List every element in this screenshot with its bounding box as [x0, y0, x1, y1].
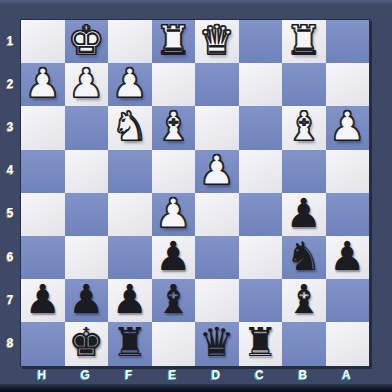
square-g7[interactable]: ♟ [65, 279, 109, 322]
file-label-d: D [194, 366, 238, 384]
square-a7[interactable] [326, 279, 370, 322]
white-knight-f3[interactable]: ♞ [112, 105, 148, 148]
white-king-g1[interactable]: ♚ [68, 19, 104, 62]
square-a1[interactable] [326, 20, 370, 63]
rank-labels: 12345678 [0, 19, 20, 365]
square-c3[interactable] [239, 106, 283, 149]
square-a6[interactable]: ♟ [326, 236, 370, 279]
rank-label-6: 6 [0, 235, 20, 278]
white-pawn-f2[interactable]: ♟ [112, 62, 148, 105]
square-d4[interactable]: ♟ [195, 150, 239, 193]
square-c7[interactable] [239, 279, 283, 322]
file-label-g: G [64, 366, 108, 384]
square-b8[interactable] [282, 322, 326, 365]
rank-label-4: 4 [0, 149, 20, 192]
black-bishop-b7[interactable]: ♝ [286, 278, 322, 321]
black-pawn-g7[interactable]: ♟ [68, 278, 104, 321]
square-b4[interactable] [282, 150, 326, 193]
white-pawn-d4[interactable]: ♟ [199, 149, 235, 192]
square-d1[interactable]: ♛ [195, 20, 239, 63]
square-b5[interactable]: ♟ [282, 193, 326, 236]
square-f5[interactable] [108, 193, 152, 236]
square-h2[interactable]: ♟ [21, 63, 65, 106]
black-pawn-a6[interactable]: ♟ [329, 235, 365, 278]
square-b3[interactable]: ♝ [282, 106, 326, 149]
square-g3[interactable] [65, 106, 109, 149]
white-pawn-a3[interactable]: ♟ [329, 105, 365, 148]
square-e8[interactable] [152, 322, 196, 365]
square-a5[interactable] [326, 193, 370, 236]
square-h3[interactable] [21, 106, 65, 149]
square-f8[interactable]: ♜ [108, 322, 152, 365]
square-f1[interactable] [108, 20, 152, 63]
black-knight-b6[interactable]: ♞ [286, 235, 322, 278]
square-b6[interactable]: ♞ [282, 236, 326, 279]
square-g5[interactable] [65, 193, 109, 236]
square-c2[interactable] [239, 63, 283, 106]
square-c5[interactable] [239, 193, 283, 236]
square-b7[interactable]: ♝ [282, 279, 326, 322]
square-e5[interactable]: ♟ [152, 193, 196, 236]
square-e7[interactable]: ♝ [152, 279, 196, 322]
white-pawn-g2[interactable]: ♟ [68, 62, 104, 105]
square-f6[interactable] [108, 236, 152, 279]
square-h8[interactable] [21, 322, 65, 365]
file-label-a: A [325, 366, 369, 384]
square-h1[interactable] [21, 20, 65, 63]
square-g1[interactable]: ♚ [65, 20, 109, 63]
white-rook-b1[interactable]: ♜ [286, 19, 322, 62]
square-b2[interactable] [282, 63, 326, 106]
file-label-b: B [281, 366, 325, 384]
square-c1[interactable] [239, 20, 283, 63]
file-label-h: H [20, 366, 64, 384]
square-f4[interactable] [108, 150, 152, 193]
square-f2[interactable]: ♟ [108, 63, 152, 106]
square-g6[interactable] [65, 236, 109, 279]
frame-top-highlight [0, 0, 392, 5]
black-pawn-b5[interactable]: ♟ [286, 192, 322, 235]
file-label-e: E [151, 366, 195, 384]
square-a8[interactable] [326, 322, 370, 365]
square-d3[interactable] [195, 106, 239, 149]
square-e4[interactable] [152, 150, 196, 193]
white-pawn-e5[interactable]: ♟ [155, 192, 191, 235]
square-c4[interactable] [239, 150, 283, 193]
black-bishop-e7[interactable]: ♝ [155, 278, 191, 321]
square-g2[interactable]: ♟ [65, 63, 109, 106]
square-f3[interactable]: ♞ [108, 106, 152, 149]
rank-label-5: 5 [0, 192, 20, 235]
rank-label-3: 3 [0, 105, 20, 148]
black-queen-d8[interactable]: ♛ [199, 321, 235, 364]
file-label-f: F [107, 366, 151, 384]
file-labels: HGFEDCBA [20, 366, 370, 384]
square-e1[interactable]: ♜ [152, 20, 196, 63]
black-king-g8[interactable]: ♚ [68, 321, 104, 364]
square-e2[interactable] [152, 63, 196, 106]
square-d6[interactable] [195, 236, 239, 279]
square-a4[interactable] [326, 150, 370, 193]
square-d8[interactable]: ♛ [195, 322, 239, 365]
file-label-c: C [238, 366, 282, 384]
white-bishop-b3[interactable]: ♝ [286, 105, 322, 148]
square-d5[interactable] [195, 193, 239, 236]
rank-label-1: 1 [0, 19, 20, 62]
rank-label-2: 2 [0, 62, 20, 105]
square-c8[interactable]: ♜ [239, 322, 283, 365]
square-d7[interactable] [195, 279, 239, 322]
rank-label-7: 7 [0, 278, 20, 321]
white-rook-e1[interactable]: ♜ [155, 19, 191, 62]
white-queen-d1[interactable]: ♛ [199, 19, 235, 62]
square-e3[interactable]: ♝ [152, 106, 196, 149]
square-f7[interactable]: ♟ [108, 279, 152, 322]
square-g4[interactable] [65, 150, 109, 193]
square-d2[interactable] [195, 63, 239, 106]
black-pawn-e6[interactable]: ♟ [155, 235, 191, 278]
square-h7[interactable]: ♟ [21, 279, 65, 322]
square-c6[interactable] [239, 236, 283, 279]
chess-board: ♚♜♛♜♟♟♟♞♝♝♟♟♟♟♟♞♟♟♟♟♝♝♚♜♛♜ [20, 19, 370, 367]
square-e6[interactable]: ♟ [152, 236, 196, 279]
square-b1[interactable]: ♜ [282, 20, 326, 63]
square-a2[interactable] [326, 63, 370, 106]
white-bishop-e3[interactable]: ♝ [155, 105, 191, 148]
board-frame: 12345678 ♚♜♛♜♟♟♟♞♝♝♟♟♟♟♟♞♟♟♟♟♝♝♚♜♛♜ HGFE… [0, 0, 392, 392]
square-h4[interactable] [21, 150, 65, 193]
rank-label-8: 8 [0, 321, 20, 364]
square-a3[interactable]: ♟ [326, 106, 370, 149]
black-rook-c8[interactable]: ♜ [242, 321, 278, 364]
black-rook-f8[interactable]: ♜ [112, 321, 148, 364]
square-h6[interactable] [21, 236, 65, 279]
square-h5[interactable] [21, 193, 65, 236]
white-pawn-h2[interactable]: ♟ [25, 62, 61, 105]
square-g8[interactable]: ♚ [65, 322, 109, 365]
frame-bottom-shade [0, 384, 392, 392]
black-pawn-h7[interactable]: ♟ [25, 278, 61, 321]
black-pawn-f7[interactable]: ♟ [112, 278, 148, 321]
